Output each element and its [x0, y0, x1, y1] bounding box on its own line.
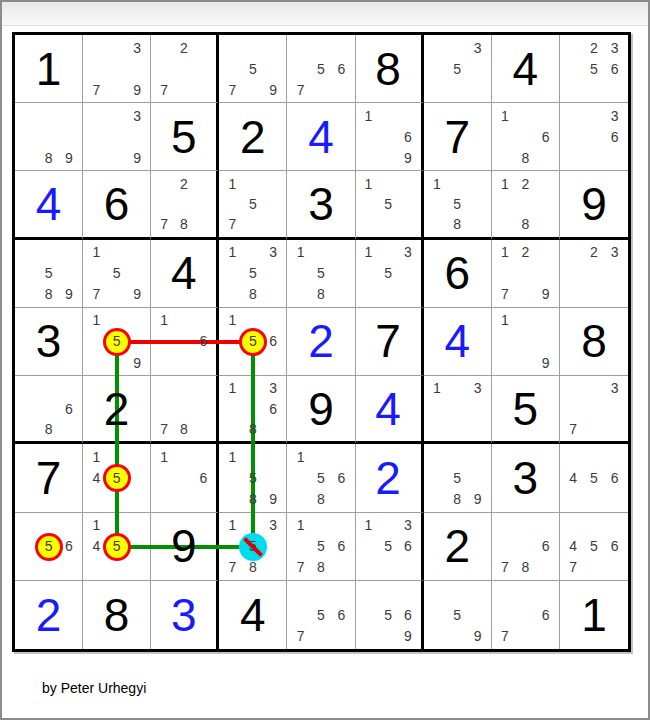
pencil-mark-6[interactable]: 6 [398, 536, 418, 557]
cell-r6c6[interactable]: 4 [356, 376, 424, 444]
cell-r6c5[interactable]: 9 [287, 376, 355, 444]
pencil-marks: 89 [18, 105, 79, 168]
cell-r7c3[interactable]: 16 [151, 444, 219, 512]
cell-r7c4[interactable]: 1589 [219, 444, 287, 512]
pencil-mark-8[interactable]: 8 [38, 284, 58, 305]
pencil-mark-6[interactable]: 6 [604, 536, 625, 557]
pencil-mark-5[interactable]: 5 [311, 604, 331, 625]
cell-r3c6[interactable]: 15 [356, 171, 424, 239]
pencil-mark-9[interactable]: 9 [127, 147, 147, 168]
pencil-mark-3[interactable]: 3 [127, 105, 147, 126]
pencil-mark-7[interactable]: 7 [290, 557, 310, 578]
given-digit: 2 [219, 103, 286, 170]
pencil-mark-7[interactable]: 7 [222, 214, 242, 234]
pencil-mark-1[interactable]: 1 [222, 310, 242, 331]
cell-r2c3[interactable]: 5 [151, 103, 219, 171]
pencil-mark-9[interactable]: 9 [127, 79, 147, 100]
cell-r9c2[interactable]: 8 [83, 581, 151, 649]
cell-r9c1[interactable]: 2 [15, 581, 83, 649]
pencil-mark-5[interactable]: 5 [106, 467, 126, 488]
pencil-mark-8[interactable]: 8 [447, 488, 467, 509]
pencil-mark-5[interactable]: 5 [38, 536, 58, 557]
pencil-marks: 567 [290, 583, 351, 647]
given-digit: 9 [151, 513, 216, 580]
pencil-mark-7[interactable]: 7 [86, 284, 106, 305]
pencil-mark-2[interactable]: 2 [174, 173, 194, 193]
pencil-marks: 16 [154, 446, 213, 509]
pencil-mark-1[interactable]: 1 [495, 310, 515, 331]
cell-r7c5[interactable]: 1568 [287, 444, 355, 512]
pencil-mark-5[interactable]: 5 [447, 194, 467, 214]
cell-r4c3[interactable]: 4 [151, 240, 219, 308]
pencil-mark-3[interactable]: 3 [263, 242, 283, 263]
cell-r7c2[interactable]: 145 [83, 444, 151, 512]
cell-r6c2[interactable]: 2 [83, 376, 151, 444]
pencil-mark-5[interactable]: 5 [106, 263, 126, 284]
pencil-mark-8[interactable]: 8 [38, 419, 58, 439]
pencil-mark-5[interactable]: 5 [106, 331, 126, 352]
given-digit: 6 [424, 240, 491, 307]
cell-r1c5[interactable]: 567 [287, 35, 355, 103]
pencil-mark-7[interactable]: 7 [222, 79, 242, 100]
pencil-marks: 1356 [359, 515, 418, 578]
pencil-mark-1[interactable]: 1 [222, 446, 242, 467]
cell-r8c5[interactable]: 15678 [287, 513, 355, 581]
pencil-mark-5[interactable]: 5 [243, 467, 263, 488]
pencil-mark-1[interactable]: 1 [427, 378, 447, 398]
pencil-mark-1[interactable]: 1 [154, 446, 174, 467]
pencil-marks: 68 [18, 378, 79, 439]
pencil-marks: 67 [495, 583, 556, 647]
pencil-mark-5[interactable]: 5 [378, 194, 398, 214]
pencil-mark-8[interactable]: 8 [174, 214, 194, 234]
pencil-mark-6[interactable]: 6 [604, 58, 625, 79]
pencil-mark-5[interactable]: 5 [38, 263, 58, 284]
given-digit: 9 [560, 171, 628, 236]
cell-r2c5[interactable]: 4 [287, 103, 355, 171]
pencil-marks: 4567 [563, 515, 625, 578]
pencil-marks: 145 [86, 446, 147, 509]
cell-r9c3[interactable]: 3 [151, 581, 219, 649]
pencil-mark-6[interactable]: 6 [194, 467, 214, 488]
pencil-mark-4[interactable]: 4 [563, 536, 584, 557]
pencil-mark-9[interactable]: 9 [398, 147, 418, 168]
pencil-mark-1[interactable]: 1 [86, 446, 106, 467]
pencil-mark-3[interactable]: 3 [398, 242, 418, 263]
cell-r7c6[interactable]: 2 [356, 444, 424, 512]
cell-r5c9[interactable]: 8 [560, 308, 628, 376]
pencil-marks: 16 [154, 310, 213, 373]
pencil-mark-8[interactable]: 8 [243, 284, 263, 305]
cell-r4c1[interactable]: 589 [15, 240, 83, 308]
cell-r2c7[interactable]: 7 [424, 103, 492, 171]
pencil-mark-8[interactable]: 8 [311, 557, 331, 578]
cell-r1c6[interactable]: 8 [356, 35, 424, 103]
credit-text: by Peter Urhegyi [42, 680, 146, 696]
cell-r5c6[interactable]: 7 [356, 308, 424, 376]
pencil-mark-8[interactable]: 8 [447, 214, 467, 234]
solved-digit: 3 [151, 581, 216, 649]
pencil-marks: 456 [563, 446, 625, 509]
pencil-mark-5[interactable]: 5 [378, 604, 398, 625]
given-digit: 4 [492, 35, 559, 102]
pencil-mark-6[interactable]: 6 [263, 399, 283, 419]
pencil-mark-7[interactable]: 7 [290, 79, 310, 100]
cell-r1c7[interactable]: 35 [424, 35, 492, 103]
pencil-mark-3[interactable]: 3 [263, 378, 283, 398]
given-digit: 4 [219, 581, 286, 649]
given-digit: 7 [424, 103, 491, 170]
cell-r9c7[interactable]: 59 [424, 581, 492, 649]
pencil-marks: 2356 [563, 37, 625, 100]
cell-r4c8[interactable]: 1279 [492, 240, 560, 308]
pencil-mark-2[interactable]: 2 [584, 37, 605, 58]
pencil-mark-5[interactable]: 5 [447, 467, 467, 488]
pencil-marks: 567 [290, 37, 351, 100]
pencil-mark-5[interactable]: 5 [311, 263, 331, 284]
pencil-marks: 1579 [86, 242, 147, 305]
cell-r3c2[interactable]: 6 [83, 171, 151, 239]
cell-r8c1[interactable]: 56 [15, 513, 83, 581]
cell-r6c4[interactable]: 1368 [219, 376, 287, 444]
pencil-mark-1[interactable]: 1 [86, 515, 106, 536]
cell-r7c8[interactable]: 3 [492, 444, 560, 512]
pencil-marks: 589 [18, 242, 79, 305]
pencil-marks: 159 [86, 310, 147, 373]
cell-r7c7[interactable]: 589 [424, 444, 492, 512]
cell-r1c8[interactable]: 4 [492, 35, 560, 103]
given-digit: 1 [560, 581, 628, 649]
pencil-marks: 278 [154, 173, 213, 234]
given-digit: 8 [356, 35, 421, 102]
given-digit: 3 [492, 444, 559, 511]
pencil-mark-7[interactable]: 7 [290, 626, 310, 647]
pencil-mark-3[interactable]: 3 [604, 37, 625, 58]
cell-r1c2[interactable]: 379 [83, 35, 151, 103]
cell-r2c6[interactable]: 169 [356, 103, 424, 171]
given-digit: 8 [83, 581, 150, 649]
pencil-mark-8[interactable]: 8 [515, 147, 535, 168]
pencil-mark-6[interactable]: 6 [194, 331, 214, 352]
pencil-mark-8[interactable]: 8 [243, 488, 263, 509]
given-digit: 1 [15, 35, 82, 102]
pencil-mark-6[interactable]: 6 [536, 604, 556, 625]
pencil-mark-9[interactable]: 9 [263, 488, 283, 509]
pencil-marks: 23 [563, 242, 625, 305]
pencil-mark-8[interactable]: 8 [243, 419, 263, 439]
cell-r4c2[interactable]: 1579 [83, 240, 151, 308]
pencil-mark-7[interactable]: 7 [563, 557, 584, 578]
cell-r2c4[interactable]: 2 [219, 103, 287, 171]
pencil-mark-8[interactable]: 8 [38, 147, 58, 168]
pencil-mark-7[interactable]: 7 [86, 79, 106, 100]
pencil-mark-5[interactable]: 5 [243, 58, 263, 79]
pencil-mark-5[interactable]: 5 [311, 58, 331, 79]
pencil-mark-5[interactable]: 5 [378, 536, 398, 557]
pencil-mark-9[interactable]: 9 [536, 284, 556, 305]
pencil-mark-1[interactable]: 1 [290, 446, 310, 467]
pencil-mark-5[interactable]: 5 [584, 58, 605, 79]
pencil-mark-3[interactable]: 3 [398, 515, 418, 536]
cell-r3c8[interactable]: 128 [492, 171, 560, 239]
pencil-marks: 379 [86, 37, 147, 100]
pencil-marks: 15678 [290, 515, 351, 578]
pencil-mark-7[interactable]: 7 [495, 284, 515, 305]
pencil-mark-5[interactable]: 5 [584, 467, 605, 488]
pencil-marks: 56 [18, 515, 79, 578]
pencil-mark-2[interactable]: 2 [584, 242, 605, 263]
cell-r4c9[interactable]: 23 [560, 240, 628, 308]
pencil-mark-1[interactable]: 1 [359, 515, 379, 536]
pencil-marks: 678 [495, 515, 556, 578]
pencil-mark-1[interactable]: 1 [86, 310, 106, 331]
pencil-marks: 169 [359, 105, 418, 168]
pencil-mark-9[interactable]: 9 [127, 284, 147, 305]
pencil-mark-2[interactable]: 2 [515, 173, 535, 193]
pencil-mark-5[interactable]: 5 [378, 263, 398, 284]
pencil-mark-4[interactable]: 4 [86, 536, 106, 557]
cell-r8c6[interactable]: 1356 [356, 513, 424, 581]
cell-r2c8[interactable]: 168 [492, 103, 560, 171]
pencil-mark-5[interactable]: 5 [311, 536, 331, 557]
pencil-mark-8[interactable]: 8 [174, 419, 194, 439]
cell-r5c7[interactable]: 4 [424, 308, 492, 376]
given-digit: 7 [15, 444, 82, 511]
given-digit: 4 [151, 240, 216, 307]
pencil-marks: 1368 [222, 378, 283, 439]
pencil-mark-9[interactable]: 9 [59, 147, 79, 168]
cell-r7c1[interactable]: 7 [15, 444, 83, 512]
pencil-marks: 168 [495, 105, 556, 168]
pencil-mark-1[interactable]: 1 [222, 173, 242, 193]
solved-digit: 4 [424, 308, 491, 375]
pencil-marks: 37 [563, 378, 625, 439]
cell-r3c1[interactable]: 4 [15, 171, 83, 239]
solved-digit: 4 [287, 103, 354, 170]
pencil-mark-9[interactable]: 9 [467, 488, 487, 509]
pencil-mark-6[interactable]: 6 [398, 126, 418, 147]
cell-r2c9[interactable]: 36 [560, 103, 628, 171]
cell-r7c9[interactable]: 456 [560, 444, 628, 512]
pencil-mark-6[interactable]: 6 [398, 604, 418, 625]
pencil-marks: 1568 [290, 446, 351, 509]
pencil-marks: 569 [359, 583, 418, 647]
sudoku-window: { "game": "sudoku", "window": { "credit"… [0, 0, 650, 720]
pencil-mark-6[interactable]: 6 [59, 536, 79, 557]
pencil-mark-5[interactable]: 5 [447, 58, 467, 79]
cell-r1c1[interactable]: 1 [15, 35, 83, 103]
pencil-mark-8[interactable]: 8 [515, 214, 535, 234]
cell-r1c9[interactable]: 2356 [560, 35, 628, 103]
pencil-mark-4[interactable]: 4 [86, 467, 106, 488]
pencil-mark-7[interactable]: 7 [222, 557, 242, 578]
pencil-marks: 135 [359, 242, 418, 305]
pencil-marks: 1279 [495, 242, 556, 305]
pencil-marks: 589 [427, 446, 488, 509]
solved-digit: 4 [356, 376, 421, 441]
cell-r3c7[interactable]: 158 [424, 171, 492, 239]
pencil-mark-9[interactable]: 9 [127, 352, 147, 373]
pencil-mark-1[interactable]: 1 [222, 242, 242, 263]
pencil-mark-9[interactable]: 9 [398, 626, 418, 647]
pencil-mark-5[interactable]: 5 [106, 536, 126, 557]
pencil-mark-3[interactable]: 3 [467, 378, 487, 398]
cell-r4c4[interactable]: 1358 [219, 240, 287, 308]
pencil-marks: 1589 [222, 446, 283, 509]
pencil-mark-9[interactable]: 9 [263, 79, 283, 100]
pencil-mark-3[interactable]: 3 [604, 242, 625, 263]
cell-r9c5[interactable]: 567 [287, 581, 355, 649]
pencil-mark-6[interactable]: 6 [331, 536, 351, 557]
pencil-mark-6[interactable]: 6 [263, 331, 283, 352]
pencil-mark-6[interactable]: 6 [604, 126, 625, 147]
cell-r9c6[interactable]: 569 [356, 581, 424, 649]
given-digit: 5 [492, 376, 559, 441]
given-digit: 9 [287, 376, 354, 441]
pencil-marks: 36 [563, 105, 625, 168]
cell-r5c3[interactable]: 16 [151, 308, 219, 376]
pencil-mark-6[interactable]: 6 [536, 126, 556, 147]
pencil-mark-8[interactable]: 8 [311, 488, 331, 509]
pencil-mark-1[interactable]: 1 [222, 378, 242, 398]
cell-r1c4[interactable]: 579 [219, 35, 287, 103]
cell-r9c4[interactable]: 4 [219, 581, 287, 649]
pencil-mark-7[interactable]: 7 [563, 419, 584, 439]
given-digit: 2 [424, 513, 491, 580]
pencil-marks: 157 [222, 173, 283, 234]
pencil-marks: 19 [495, 310, 556, 373]
cell-r3c5[interactable]: 3 [287, 171, 355, 239]
pencil-mark-1[interactable]: 1 [290, 515, 310, 536]
cell-r5c8[interactable]: 19 [492, 308, 560, 376]
pencil-mark-1[interactable]: 1 [359, 242, 379, 263]
pencil-mark-9[interactable]: 9 [536, 352, 556, 373]
pencil-mark-1[interactable]: 1 [495, 105, 515, 126]
pencil-marks: 156 [222, 310, 283, 373]
pencil-mark-7[interactable]: 7 [154, 79, 174, 100]
pencil-marks: 13 [427, 378, 488, 439]
cell-r6c8[interactable]: 5 [492, 376, 560, 444]
cell-r4c6[interactable]: 135 [356, 240, 424, 308]
pencil-mark-1[interactable]: 1 [154, 310, 174, 331]
pencil-mark-2[interactable]: 2 [515, 242, 535, 263]
cell-r5c4[interactable]: 156 [219, 308, 287, 376]
cell-r1c3[interactable]: 27 [151, 35, 219, 103]
cell-r6c1[interactable]: 68 [15, 376, 83, 444]
pencil-mark-8[interactable]: 8 [515, 557, 535, 578]
pencil-mark-6[interactable]: 6 [604, 467, 625, 488]
pencil-mark-1[interactable]: 1 [222, 515, 242, 536]
pencil-mark-3[interactable]: 3 [127, 37, 147, 58]
solved-digit: 2 [15, 581, 82, 649]
given-digit: 8 [560, 308, 628, 375]
pencil-mark-1[interactable]: 1 [495, 242, 515, 263]
pencil-marks: 59 [427, 583, 488, 647]
pencil-mark-6[interactable]: 6 [331, 467, 351, 488]
pencil-mark-7[interactable]: 7 [495, 557, 515, 578]
pencil-marks: 128 [495, 173, 556, 234]
cell-r5c1[interactable]: 3 [15, 308, 83, 376]
pencil-mark-3[interactable]: 3 [263, 515, 283, 536]
cell-r3c4[interactable]: 157 [219, 171, 287, 239]
cell-r8c8[interactable]: 678 [492, 513, 560, 581]
cell-r8c3[interactable]: 9 [151, 513, 219, 581]
cell-r2c2[interactable]: 39 [83, 103, 151, 171]
cell-r9c9[interactable]: 1 [560, 581, 628, 649]
solved-digit: 4 [15, 171, 82, 236]
pencil-marks: 78 [154, 378, 213, 439]
given-digit: 7 [356, 308, 421, 375]
pencil-mark-2[interactable]: 2 [174, 37, 194, 58]
pencil-marks: 158 [427, 173, 488, 234]
pencil-mark-8[interactable]: 8 [311, 284, 331, 305]
cell-r4c7[interactable]: 6 [424, 240, 492, 308]
pencil-mark-5[interactable]: 5 [243, 263, 263, 284]
cell-r6c7[interactable]: 13 [424, 376, 492, 444]
pencil-mark-1[interactable]: 1 [427, 173, 447, 193]
cell-r5c2[interactable]: 159 [83, 308, 151, 376]
cell-r8c7[interactable]: 2 [424, 513, 492, 581]
pencil-mark-1[interactable]: 1 [495, 173, 515, 193]
pencil-mark-3[interactable]: 3 [467, 37, 487, 58]
cell-r6c3[interactable]: 78 [151, 376, 219, 444]
cell-r4c5[interactable]: 158 [287, 240, 355, 308]
pencil-mark-7[interactable]: 7 [495, 626, 515, 647]
given-digit: 6 [83, 171, 150, 236]
pencil-marks: 1358 [222, 242, 283, 305]
pencil-marks: 35 [427, 37, 488, 100]
pencil-mark-1[interactable]: 1 [86, 242, 106, 263]
pencil-mark-7[interactable]: 7 [154, 419, 174, 439]
pencil-mark-3[interactable]: 3 [604, 105, 625, 126]
pencil-marks: 39 [86, 105, 147, 168]
cell-r2c1[interactable]: 89 [15, 103, 83, 171]
pencil-marks: 145 [86, 515, 147, 578]
pencil-mark-1[interactable]: 1 [290, 242, 310, 263]
cell-r5c5[interactable]: 2 [287, 308, 355, 376]
pencil-marks: 27 [154, 37, 213, 100]
pencil-mark-1[interactable]: 1 [359, 105, 379, 126]
cell-r6c9[interactable]: 37 [560, 376, 628, 444]
pencil-mark-8[interactable]: 8 [243, 557, 263, 578]
pencil-mark-6[interactable]: 6 [331, 58, 351, 79]
pencil-mark-4[interactable]: 4 [563, 467, 584, 488]
pencil-mark-9[interactable]: 9 [59, 284, 79, 305]
pencil-mark-6[interactable]: 6 [331, 604, 351, 625]
cell-r3c3[interactable]: 278 [151, 171, 219, 239]
pencil-mark-7[interactable]: 7 [154, 214, 174, 234]
pencil-mark-1[interactable]: 1 [359, 173, 379, 193]
pencil-mark-5[interactable]: 5 [243, 194, 263, 214]
given-digit: 3 [15, 308, 82, 375]
pencil-marks: 15 [359, 173, 418, 234]
cell-r8c9[interactable]: 4567 [560, 513, 628, 581]
pencil-mark-5[interactable]: 5 [447, 604, 467, 625]
pencil-mark-6[interactable]: 6 [536, 536, 556, 557]
pencil-mark-6[interactable]: 6 [59, 399, 79, 419]
cell-r9c8[interactable]: 67 [492, 581, 560, 649]
pencil-mark-5[interactable]: 5 [243, 331, 263, 352]
pencil-mark-5[interactable]: 5 [311, 467, 331, 488]
pencil-mark-3[interactable]: 3 [604, 378, 625, 398]
given-digit: 3 [287, 171, 354, 236]
solved-digit: 2 [356, 444, 421, 511]
cell-r3c9[interactable]: 9 [560, 171, 628, 239]
cell-r8c2[interactable]: 145 [83, 513, 151, 581]
pencil-mark-9[interactable]: 9 [467, 626, 487, 647]
pencil-mark-5[interactable]: 5 [584, 536, 605, 557]
given-digit: 5 [151, 103, 216, 170]
